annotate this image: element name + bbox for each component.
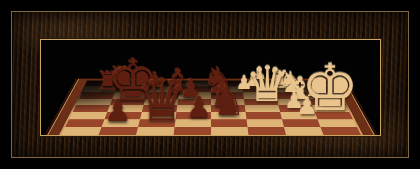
square-b4 <box>107 105 143 112</box>
square-f2 <box>246 119 283 127</box>
square-c2 <box>138 119 175 127</box>
square-d2 <box>174 119 210 127</box>
square-a2 <box>65 119 104 127</box>
square-c4 <box>141 105 176 112</box>
board-squares <box>58 81 363 136</box>
square-e2 <box>211 119 247 127</box>
square-a1 <box>60 127 101 135</box>
square-f4 <box>244 105 279 112</box>
framed-chess-artwork: ♟♜♟♟♟♜♜♝♞♞♝♟♝♚♛♟♚♟♞♟♛♟ <box>0 0 420 169</box>
picture-frame: ♟♜♟♟♟♜♜♝♞♞♝♟♝♚♛♟♚♟♞♟♛♟ <box>11 11 409 158</box>
square-e4 <box>211 105 246 112</box>
square-h2 <box>317 119 356 127</box>
chess-board <box>42 78 380 136</box>
square-h1 <box>320 127 361 135</box>
square-g2 <box>282 119 320 127</box>
square-g3 <box>280 112 317 119</box>
square-e3 <box>211 112 247 119</box>
square-c3 <box>139 112 175 119</box>
square-b3 <box>104 112 141 119</box>
square-h4 <box>312 105 349 112</box>
square-g4 <box>278 105 314 112</box>
square-b2 <box>101 119 139 127</box>
square-c1 <box>135 127 174 135</box>
square-e1 <box>211 127 249 135</box>
square-h3 <box>314 112 352 119</box>
photo-area: ♟♜♟♟♟♜♜♝♞♞♝♟♝♚♛♟♚♟♞♟♛♟ <box>40 39 381 136</box>
square-b1 <box>98 127 138 135</box>
square-f3 <box>245 112 281 119</box>
square-d4 <box>176 105 211 112</box>
square-a4 <box>72 105 109 112</box>
square-a3 <box>68 112 106 119</box>
square-d1 <box>173 127 211 135</box>
square-f1 <box>247 127 286 135</box>
square-d3 <box>175 112 211 119</box>
square-g1 <box>283 127 323 135</box>
